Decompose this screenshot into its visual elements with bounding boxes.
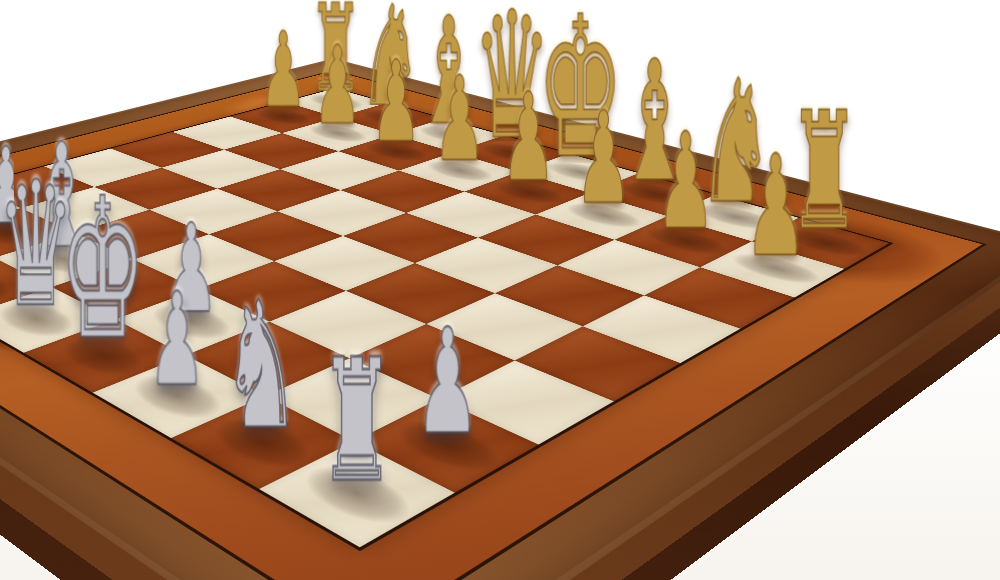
- king-glyph: ♚: [59, 175, 146, 369]
- chess-scene: ♜♞♝♛♚♝♞♜♟♟♟♟♟♟♟♟♟♝♟♟♟♟♛♚♟♞♜: [0, 0, 1000, 580]
- pawn-glyph: ♟: [415, 310, 480, 455]
- pawn-glyph: ♟: [744, 138, 807, 278]
- pawn-glyph: ♟: [656, 117, 716, 250]
- studio-backdrop: ♜♞♝♛♚♝♞♜♟♟♟♟♟♟♟♟♟♝♟♟♟♟♛♚♟♞♜: [0, 0, 1000, 580]
- knight-glyph: ♞: [222, 279, 300, 454]
- rook-glyph: ♜: [319, 336, 395, 505]
- pawn-glyph: ♟: [148, 276, 206, 404]
